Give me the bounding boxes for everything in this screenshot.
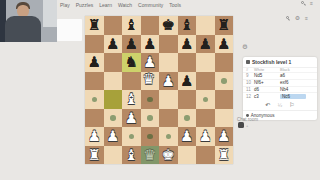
square-c6[interactable]: ♞ [122, 53, 141, 72]
square-e7[interactable] [159, 35, 178, 54]
black-move[interactable]: exf6 [280, 80, 306, 85]
black-pawn[interactable]: ♟ [178, 35, 197, 54]
webcam-background [43, 0, 57, 27]
square-e5[interactable]: ♟ [159, 72, 178, 91]
occluded-panel [57, 19, 82, 41]
tools-menu-icon[interactable]: ≡ [305, 16, 308, 20]
square-d3[interactable] [141, 109, 160, 128]
square-h7[interactable]: ♟ [215, 35, 234, 54]
opponent-row: Stockfish level 1 [243, 57, 317, 67]
engine-icon [246, 60, 250, 64]
black-pawn[interactable]: ♟ [85, 53, 104, 72]
takeback-icon[interactable]: ↶ [265, 102, 270, 108]
square-g2[interactable]: ♟ [196, 127, 215, 146]
chat-toggle-icon[interactable] [238, 122, 244, 128]
top-nav: Play Puzzles Learn Watch Community Tools [60, 2, 181, 8]
white-pawn[interactable]: ♟ [85, 127, 104, 146]
square-f6[interactable] [178, 53, 197, 72]
square-g4[interactable] [196, 90, 215, 109]
square-f4[interactable] [178, 90, 197, 109]
white-bishop[interactable]: ♝ [122, 146, 141, 165]
square-b4[interactable] [104, 90, 123, 109]
square-g8[interactable] [196, 16, 215, 35]
white-pawn[interactable]: ♟ [215, 127, 234, 146]
square-h8[interactable]: ♜ [215, 16, 234, 35]
move-dest-dot[interactable] [221, 78, 227, 84]
square-f1[interactable] [178, 146, 197, 165]
square-h1[interactable]: ♜ [215, 146, 234, 165]
square-g6[interactable] [196, 53, 215, 72]
square-a8[interactable]: ♜ [85, 16, 104, 35]
move-number: 11 [246, 87, 254, 92]
board[interactable]: ♜♝♚♝♜♟♟♟♟♟♟♟♞♟♟♟♝♟♟♟♟♟♟♜♝♛♚♜♛ [85, 16, 233, 164]
nav-item-community[interactable]: Community [138, 2, 163, 8]
move-dest-dot[interactable] [129, 134, 135, 140]
square-c5[interactable] [122, 72, 141, 91]
resign-flag-icon[interactable]: ⚐ [289, 102, 294, 108]
tools-icons: ⚙ ≡ [286, 15, 308, 21]
move-dest-dot[interactable] [92, 97, 98, 103]
white-bishop[interactable]: ♝ [122, 90, 141, 109]
white-move[interactable]: d6 [254, 87, 280, 92]
square-a2[interactable]: ♟ [85, 127, 104, 146]
square-h6[interactable] [215, 53, 234, 72]
white-move[interactable]: Nf6+ [254, 80, 280, 85]
black-rook[interactable]: ♜ [85, 16, 104, 35]
square-c7[interactable]: ♟ [122, 35, 141, 54]
square-b7[interactable]: ♟ [104, 35, 123, 54]
move-row: 9Nd5a6 [243, 72, 317, 79]
dragged-white-queen[interactable]: ♛ [140, 70, 159, 89]
nav-item-play[interactable]: Play [60, 2, 70, 8]
move-row: 11d6Nb4 [243, 86, 317, 93]
move-dest-dot[interactable] [110, 115, 116, 121]
black-bishop[interactable]: ♝ [122, 16, 141, 35]
square-g1[interactable] [196, 146, 215, 165]
square-e6[interactable] [159, 53, 178, 72]
square-b6[interactable] [104, 53, 123, 72]
black-knight[interactable]: ♞ [122, 53, 141, 72]
square-d2[interactable] [141, 127, 160, 146]
square-a5[interactable] [85, 72, 104, 91]
move-table-header: # White Black [243, 67, 317, 73]
move-number: 9 [246, 73, 254, 78]
square-d1[interactable]: ♛ [141, 146, 160, 165]
square-h5[interactable] [215, 72, 234, 91]
square-e8[interactable]: ♚ [159, 16, 178, 35]
square-b8[interactable] [104, 16, 123, 35]
move-dest-dot[interactable] [147, 97, 153, 103]
tools-settings-icon[interactable]: ⚙ [295, 15, 300, 21]
white-king[interactable]: ♚ [159, 146, 178, 165]
square-f2[interactable]: ♟ [178, 127, 197, 146]
nav-item-tools[interactable]: Tools [169, 2, 181, 8]
square-c8[interactable]: ♝ [122, 16, 141, 35]
draw-offer-icon[interactable]: ½ [277, 102, 282, 108]
square-e4[interactable] [159, 90, 178, 109]
nav-item-watch[interactable]: Watch [118, 2, 132, 8]
square-f3[interactable] [178, 109, 197, 128]
square-d7[interactable]: ♟ [141, 35, 160, 54]
presenter-torso [5, 16, 41, 42]
black-pawn[interactable]: ♟ [122, 35, 141, 54]
header-icons: ≡ [301, 1, 313, 5]
square-c3[interactable]: ♟ [122, 109, 141, 128]
square-f5[interactable]: ♟ [178, 72, 197, 91]
square-h3[interactable] [215, 109, 234, 128]
search-icon[interactable] [301, 1, 305, 5]
square-g3[interactable] [196, 109, 215, 128]
white-move[interactable]: Nd5 [254, 73, 280, 78]
webcam-overlay [0, 0, 57, 42]
black-move[interactable]: a6 [280, 73, 306, 78]
black-pawn[interactable]: ♟ [104, 35, 123, 54]
square-b1[interactable] [104, 146, 123, 165]
square-h2[interactable]: ♟ [215, 127, 234, 146]
game-actions: ↶ ½ ⚐ [243, 99, 317, 110]
white-rook[interactable]: ♜ [215, 146, 234, 165]
square-b2[interactable]: ♟ [104, 127, 123, 146]
col-number: # [246, 67, 254, 72]
white-pawn[interactable]: ♟ [178, 127, 197, 146]
col-white: White [254, 67, 280, 72]
black-pawn[interactable]: ♟ [196, 35, 215, 54]
square-a7[interactable] [85, 35, 104, 54]
square-b5[interactable] [104, 72, 123, 91]
tools-search-icon[interactable] [286, 16, 290, 20]
white-move[interactable]: c3 [254, 94, 280, 99]
move-table-body: 9Nd5a610Nf6+exf611d6Nb412c3Nc6 [243, 72, 317, 99]
square-b3[interactable] [104, 109, 123, 128]
square-a3[interactable] [85, 109, 104, 128]
black-king[interactable]: ♚ [159, 16, 178, 35]
move-dest-dot[interactable] [184, 115, 190, 121]
square-g5[interactable] [196, 72, 215, 91]
square-a4[interactable] [85, 90, 104, 109]
white-pawn[interactable]: ♟ [159, 72, 178, 91]
move-row: 12c3Nc6 [243, 92, 317, 99]
move-dest-dot[interactable] [166, 134, 172, 140]
square-e2[interactable] [159, 127, 178, 146]
black-bishop[interactable]: ♝ [178, 16, 197, 35]
square-a6[interactable]: ♟ [85, 53, 104, 72]
menu-icon[interactable]: ≡ [310, 1, 313, 5]
move-row: 10Nf6+exf6 [243, 79, 317, 86]
move-dest-dot[interactable] [203, 97, 209, 103]
black-move[interactable]: Nb4 [280, 87, 306, 92]
square-d8[interactable] [141, 16, 160, 35]
square-e1[interactable]: ♚ [159, 146, 178, 165]
opponent-name: Stockfish level 1 [252, 59, 291, 65]
square-g7[interactable]: ♟ [196, 35, 215, 54]
game-panel: Stockfish level 1 # White Black 9Nd5a610… [243, 57, 317, 120]
move-number: 10 [246, 80, 254, 85]
square-f8[interactable]: ♝ [178, 16, 197, 35]
black-move[interactable]: Nc6 [280, 94, 306, 99]
black-pawn[interactable]: ♟ [178, 72, 197, 91]
settings-gear-icon[interactable]: ⚙ [242, 43, 248, 51]
chat-plus-label: + [246, 123, 248, 128]
move-number: 12 [246, 94, 254, 99]
black-pawn[interactable]: ♟ [215, 35, 234, 54]
square-c4[interactable]: ♝ [122, 90, 141, 109]
white-pawn[interactable]: ♟ [104, 127, 123, 146]
white-pawn[interactable]: ♟ [196, 127, 215, 146]
square-a1[interactable]: ♜ [85, 146, 104, 165]
white-queen[interactable]: ♛ [141, 146, 160, 165]
square-e3[interactable] [159, 109, 178, 128]
move-dest-dot[interactable] [147, 134, 153, 140]
col-black: Black [280, 67, 306, 72]
white-rook[interactable]: ♜ [85, 146, 104, 165]
black-pawn[interactable]: ♟ [141, 35, 160, 54]
nav-item-puzzles[interactable]: Puzzles [76, 2, 94, 8]
square-c1[interactable]: ♝ [122, 146, 141, 165]
move-dest-dot[interactable] [147, 115, 153, 121]
square-h4[interactable] [215, 90, 234, 109]
white-pawn[interactable]: ♟ [122, 109, 141, 128]
square-c2[interactable] [122, 127, 141, 146]
square-d4[interactable] [141, 90, 160, 109]
nav-item-learn[interactable]: Learn [99, 2, 112, 8]
square-f7[interactable]: ♟ [178, 35, 197, 54]
black-rook[interactable]: ♜ [215, 16, 234, 35]
